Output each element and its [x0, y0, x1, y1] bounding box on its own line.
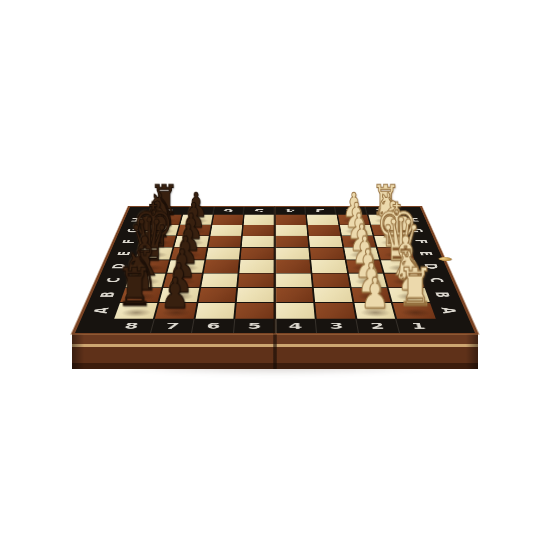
square-g6 — [210, 225, 242, 235]
frame-far-numbers: 87654321 — [152, 207, 398, 215]
square-a2: ♟ — [354, 303, 395, 319]
file-label-F: F — [403, 237, 440, 246]
square-b4 — [276, 288, 313, 303]
box-front-side — [72, 333, 478, 369]
square-f6 — [208, 236, 241, 247]
rank-label-3: 3 — [315, 319, 358, 333]
square-f5 — [242, 236, 274, 247]
square-e6 — [206, 248, 240, 260]
square-a7: ♟ — [155, 303, 196, 319]
square-h5 — [244, 215, 274, 225]
square-d6 — [203, 260, 239, 273]
square-b5 — [237, 288, 274, 303]
square-a3 — [315, 303, 355, 319]
file-label-B: B — [421, 288, 464, 300]
file-label-H: H — [396, 216, 431, 224]
file-label-C: C — [92, 274, 133, 286]
square-d4 — [276, 260, 311, 273]
file-label-G: G — [115, 226, 151, 235]
rank-label-7: 7 — [182, 207, 214, 215]
square-e4 — [276, 248, 309, 260]
square-c5 — [238, 273, 274, 287]
square-g4 — [276, 225, 307, 235]
chess-set-photo: 87654321 87654321 HGFEDCBA HGFEDCBA ♜♟♟♜… — [0, 0, 550, 550]
file-label-B: B — [86, 288, 129, 300]
rank-label-8: 8 — [109, 319, 154, 333]
square-h4 — [276, 215, 306, 225]
rank-label-6: 6 — [191, 319, 234, 333]
square-d5 — [240, 260, 275, 273]
file-label-C: C — [416, 274, 457, 286]
rank-label-4: 4 — [275, 207, 306, 215]
square-f4 — [276, 236, 308, 247]
file-label-F: F — [110, 237, 147, 246]
square-c6 — [201, 273, 238, 287]
rank-label-5: 5 — [233, 319, 275, 333]
square-h3 — [307, 215, 338, 225]
chessboard: 87654321 87654321 HGFEDCBA HGFEDCBA ♜♟♟♜… — [75, 207, 475, 333]
file-label-A: A — [427, 304, 472, 317]
square-c3 — [312, 273, 349, 287]
square-e5 — [241, 248, 274, 260]
square-a5 — [236, 303, 275, 319]
rank-label-7: 7 — [150, 319, 194, 333]
rank-label-4: 4 — [275, 319, 317, 333]
square-a4 — [276, 303, 315, 319]
square-e3 — [310, 248, 344, 260]
square-g3 — [308, 225, 340, 235]
piece-white-pawn-a2: ♟ — [361, 272, 390, 314]
rank-label-8: 8 — [152, 207, 184, 215]
file-label-E: E — [407, 249, 445, 259]
square-h6 — [212, 215, 243, 225]
rank-label-5: 5 — [244, 207, 275, 215]
file-label-D: D — [98, 261, 138, 272]
square-c4 — [276, 273, 312, 287]
square-a6 — [195, 303, 235, 319]
square-b3 — [314, 288, 352, 303]
square-b6 — [198, 288, 236, 303]
file-label-E: E — [104, 249, 142, 259]
square-d3 — [311, 260, 347, 273]
file-label-H: H — [120, 216, 155, 224]
rank-label-1: 1 — [395, 319, 441, 333]
piece-black-pawn-a7: ♟ — [160, 272, 189, 314]
board-frame: 87654321 87654321 HGFEDCBA HGFEDCBA ♜♟♟♜… — [75, 207, 475, 333]
rank-label-2: 2 — [355, 319, 399, 333]
file-label-A: A — [78, 304, 123, 317]
rank-label-2: 2 — [335, 207, 367, 215]
square-g5 — [243, 225, 274, 235]
rank-label-1: 1 — [365, 207, 398, 215]
rank-label-3: 3 — [305, 207, 337, 215]
file-label-G: G — [399, 226, 435, 235]
file-label-D: D — [412, 261, 452, 272]
square-f3 — [309, 236, 342, 247]
fold-seam — [273, 206, 277, 333]
rank-label-6: 6 — [213, 207, 245, 215]
